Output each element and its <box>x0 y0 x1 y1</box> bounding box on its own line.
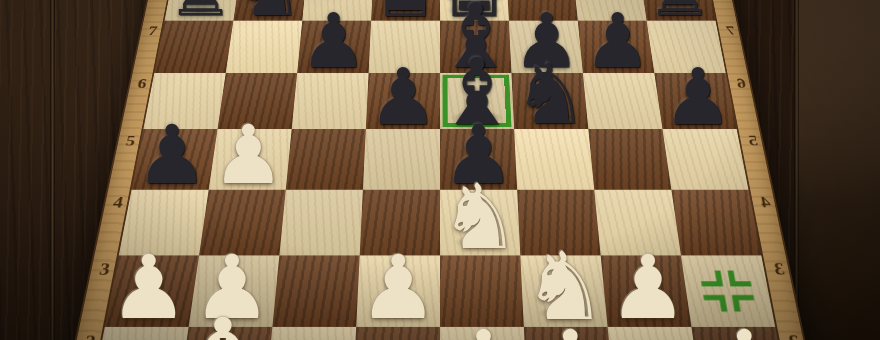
piece-white-pawn-d3[interactable]: ♟ <box>359 244 438 332</box>
rank-label-right-4: 4 <box>752 193 779 212</box>
square-c5[interactable] <box>286 129 366 190</box>
table-plank-seam-right <box>794 0 799 340</box>
piece-white-pawn-e2[interactable]: ♟ <box>442 318 525 340</box>
piece-black-knight-f6[interactable]: ♞ <box>513 53 588 136</box>
table-plank-seam-left <box>50 0 55 340</box>
rank-label-left-4: 4 <box>105 193 132 212</box>
piece-black-pawn-a5[interactable]: ♟ <box>135 115 208 196</box>
rank-label-text: 5 <box>747 132 760 149</box>
rank-label-text: 6 <box>136 76 148 91</box>
rank-label-right-3: 3 <box>765 259 794 279</box>
square-g5[interactable] <box>588 129 671 190</box>
rank-label-right-7: 7 <box>718 23 742 38</box>
rank-label-text: 7 <box>725 23 736 38</box>
square-c4[interactable] <box>279 190 363 256</box>
square-c2[interactable] <box>265 327 356 340</box>
chess-app-screenshot: 8877665544332211 ♜♞♛♚♜♟♝♟♟♟♝♞♟♟♟♟♞♟♟♟♞♟♝… <box>0 0 880 340</box>
rank-label-text: 2 <box>786 331 801 340</box>
square-c3[interactable] <box>272 255 359 326</box>
table-plank-right <box>797 0 880 340</box>
piece-white-pawn-b5[interactable]: ♟ <box>212 115 285 196</box>
piece-black-knight-b8[interactable]: ♞ <box>234 0 303 28</box>
rank-label-text: 7 <box>147 23 158 37</box>
piece-white-pawn-f2[interactable]: ♟ <box>529 318 612 340</box>
piece-white-bishop-b2[interactable]: ♝ <box>174 305 271 340</box>
piece-white-pawn-h2[interactable]: ♟ <box>703 318 786 340</box>
piece-black-pawn-c7[interactable]: ♟ <box>300 4 367 79</box>
piece-black-rook-a8[interactable]: ♜ <box>166 0 235 28</box>
rank-label-text: 4 <box>759 193 772 212</box>
rank-label-text: 6 <box>735 76 747 92</box>
piece-white-knight-e4[interactable]: ♞ <box>439 172 520 262</box>
piece-black-rook-h8[interactable]: ♜ <box>645 0 714 28</box>
piece-white-pawn-g3[interactable]: ♟ <box>609 244 688 332</box>
piece-black-pawn-d6[interactable]: ♟ <box>368 57 438 135</box>
rank-label-left-7: 7 <box>141 23 165 38</box>
rank-label-left-2: 2 <box>75 331 105 340</box>
piece-black-pawn-g7[interactable]: ♟ <box>584 4 651 79</box>
piece-black-pawn-h6[interactable]: ♟ <box>663 57 733 135</box>
rank-label-text: 2 <box>83 331 98 340</box>
rank-label-left-6: 6 <box>130 76 155 92</box>
rank-label-text: 4 <box>112 193 125 211</box>
rank-label-text: 3 <box>772 259 786 279</box>
rank-label-right-5: 5 <box>740 132 766 149</box>
